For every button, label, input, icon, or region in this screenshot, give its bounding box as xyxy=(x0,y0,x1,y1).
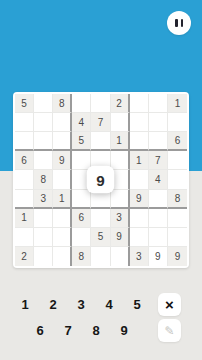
sudoku-cell-r7c7[interactable] xyxy=(130,209,149,228)
numpad-4[interactable]: 4 xyxy=(103,297,115,312)
sudoku-cell-r6c6[interactable] xyxy=(111,190,130,209)
sudoku-cell-r9c1[interactable]: 2 xyxy=(15,247,34,266)
sudoku-cell-r1c7[interactable] xyxy=(130,94,149,113)
sudoku-cell-r5c5[interactable]: 9 xyxy=(87,166,115,194)
sudoku-cell-r8c8[interactable] xyxy=(149,228,168,247)
sudoku-cell-r2c2[interactable] xyxy=(34,113,53,132)
close-icon: × xyxy=(165,293,174,316)
sudoku-cell-r7c9[interactable] xyxy=(168,209,187,228)
sudoku-cell-r9c7[interactable]: 3 xyxy=(130,247,149,266)
sudoku-cell-r5c8[interactable]: 4 xyxy=(149,170,168,189)
sudoku-cell-r4c3[interactable]: 9 xyxy=(53,151,72,170)
pause-icon xyxy=(181,19,184,27)
sudoku-cell-r8c2[interactable] xyxy=(34,228,53,247)
sudoku-cell-r3c4[interactable]: 5 xyxy=(72,132,91,151)
numpad-8[interactable]: 8 xyxy=(90,323,102,338)
sudoku-cell-r2c6[interactable] xyxy=(111,113,130,132)
sudoku-cell-r9c4[interactable]: 8 xyxy=(72,247,91,266)
sudoku-cell-r9c5[interactable] xyxy=(91,247,110,266)
sudoku-cell-r8c3[interactable] xyxy=(53,228,72,247)
sudoku-cell-r3c5[interactable] xyxy=(91,132,110,151)
sudoku-cell-r4c1[interactable]: 6 xyxy=(15,151,34,170)
sudoku-cell-r2c4[interactable]: 4 xyxy=(72,113,91,132)
numpad-2[interactable]: 2 xyxy=(47,297,59,312)
sudoku-board: 582147516691789431981635928399 xyxy=(15,94,187,266)
sudoku-cell-r9c6[interactable] xyxy=(111,247,130,266)
sudoku-cell-r6c7[interactable]: 9 xyxy=(130,190,149,209)
delete-button[interactable]: × xyxy=(158,293,181,316)
numpad-3[interactable]: 3 xyxy=(75,297,87,312)
sudoku-cell-r8c4[interactable] xyxy=(72,228,91,247)
numpad-6[interactable]: 6 xyxy=(34,323,46,338)
sudoku-cell-r2c5[interactable]: 7 xyxy=(91,113,110,132)
sudoku-cell-r5c2[interactable]: 8 xyxy=(34,170,53,189)
pencil-button[interactable]: ✎ xyxy=(158,319,181,342)
pencil-icon: ✎ xyxy=(164,325,174,337)
numpad-row-2: 6 7 8 9 xyxy=(34,323,130,338)
sudoku-cell-r6c4[interactable] xyxy=(72,190,91,209)
sudoku-cell-r1c9[interactable]: 1 xyxy=(168,94,187,113)
sudoku-cell-r7c1[interactable]: 1 xyxy=(15,209,34,228)
pause-icon xyxy=(175,19,178,27)
sudoku-cell-r2c1[interactable] xyxy=(15,113,34,132)
sudoku-cell-r9c9[interactable]: 9 xyxy=(168,247,187,266)
sudoku-cell-r3c3[interactable] xyxy=(53,132,72,151)
sudoku-cell-r1c2[interactable] xyxy=(34,94,53,113)
sudoku-cell-r1c4[interactable] xyxy=(72,94,91,113)
numpad-1[interactable]: 1 xyxy=(19,297,31,312)
sudoku-cell-r7c6[interactable]: 3 xyxy=(111,209,130,228)
sudoku-cell-r3c9[interactable]: 6 xyxy=(168,132,187,151)
sudoku-cell-r9c2[interactable] xyxy=(34,247,53,266)
sudoku-cell-r2c8[interactable] xyxy=(149,113,168,132)
sudoku-cell-r2c3[interactable] xyxy=(53,113,72,132)
numpad-7[interactable]: 7 xyxy=(62,323,74,338)
numpad-9[interactable]: 9 xyxy=(118,323,130,338)
sudoku-cell-r5c3[interactable] xyxy=(53,170,72,189)
sudoku-cell-r3c1[interactable] xyxy=(15,132,34,151)
sudoku-cell-r4c2[interactable] xyxy=(34,151,53,170)
numpad-row-1: 1 2 3 4 5 xyxy=(19,297,143,312)
sudoku-cell-r7c3[interactable] xyxy=(53,209,72,228)
sudoku-cell-r3c2[interactable] xyxy=(34,132,53,151)
sudoku-cell-r5c1[interactable] xyxy=(15,170,34,189)
sudoku-cell-r8c9[interactable] xyxy=(168,228,187,247)
sudoku-cell-r2c9[interactable] xyxy=(168,113,187,132)
sudoku-cell-r1c5[interactable] xyxy=(91,94,110,113)
sudoku-cell-r7c4[interactable]: 6 xyxy=(72,209,91,228)
sudoku-cell-r4c8[interactable]: 7 xyxy=(149,151,168,170)
sudoku-cell-r2c7[interactable] xyxy=(130,113,149,132)
sudoku-cell-r1c1[interactable]: 5 xyxy=(15,94,34,113)
sudoku-cell-r7c5[interactable] xyxy=(91,209,110,228)
sudoku-cell-r7c8[interactable] xyxy=(149,209,168,228)
board-card: 582147516691789431981635928399 xyxy=(13,92,189,268)
sudoku-cell-r1c3[interactable]: 8 xyxy=(53,94,72,113)
sudoku-cell-r5c9[interactable] xyxy=(168,170,187,189)
sudoku-app-screen: 582147516691789431981635928399 1 2 3 4 5… xyxy=(0,0,202,360)
sudoku-cell-r9c3[interactable] xyxy=(53,247,72,266)
sudoku-cell-r4c6[interactable] xyxy=(111,151,130,170)
sudoku-cell-r5c7[interactable] xyxy=(130,170,149,189)
pause-button[interactable] xyxy=(167,11,191,35)
sudoku-cell-r3c7[interactable] xyxy=(130,132,149,151)
numpad-5[interactable]: 5 xyxy=(131,297,143,312)
sudoku-cell-r8c1[interactable] xyxy=(15,228,34,247)
sudoku-cell-r6c9[interactable]: 8 xyxy=(168,190,187,209)
sudoku-cell-r4c9[interactable] xyxy=(168,151,187,170)
sudoku-cell-r8c6[interactable]: 9 xyxy=(111,228,130,247)
sudoku-cell-r8c5[interactable]: 5 xyxy=(91,228,110,247)
sudoku-cell-r7c2[interactable] xyxy=(34,209,53,228)
sudoku-cell-r6c3[interactable]: 1 xyxy=(53,190,72,209)
sudoku-cell-r1c6[interactable]: 2 xyxy=(111,94,130,113)
sudoku-cell-r3c8[interactable] xyxy=(149,132,168,151)
sudoku-cell-r4c7[interactable]: 1 xyxy=(130,151,149,170)
sudoku-cell-r3c6[interactable]: 1 xyxy=(111,132,130,151)
sudoku-cell-r9c8[interactable]: 9 xyxy=(149,247,168,266)
sudoku-cell-r1c8[interactable] xyxy=(149,94,168,113)
sudoku-cell-r8c7[interactable] xyxy=(130,228,149,247)
sudoku-cell-r6c2[interactable]: 3 xyxy=(34,190,53,209)
sudoku-cell-r6c8[interactable] xyxy=(149,190,168,209)
sudoku-cell-r6c1[interactable] xyxy=(15,190,34,209)
